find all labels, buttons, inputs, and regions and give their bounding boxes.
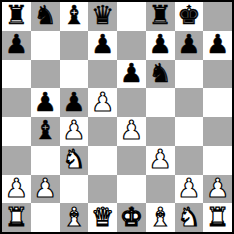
square-e1[interactable]: ♚ — [117, 203, 146, 232]
square-c5[interactable]: ♟ — [60, 88, 89, 117]
white-rook[interactable]: ♜ — [206, 204, 229, 230]
chess-board-screenshot: ♜♞♝♛♜♚♟♟♟♟♟♟♞♟♟♟♝♟♟♞♟♟♟♟♟♜♝♛♚♝♞♜ — [0, 0, 234, 234]
square-g1[interactable]: ♞ — [175, 203, 204, 232]
square-g7[interactable]: ♟ — [175, 31, 204, 60]
square-g8[interactable]: ♚ — [175, 2, 204, 31]
square-f4[interactable] — [146, 117, 175, 146]
square-h8[interactable] — [203, 2, 232, 31]
black-king[interactable]: ♚ — [177, 2, 200, 28]
white-queen[interactable]: ♛ — [91, 204, 114, 230]
square-c8[interactable]: ♝ — [60, 2, 89, 31]
square-c2[interactable] — [60, 175, 89, 204]
black-pawn[interactable]: ♟ — [33, 89, 56, 115]
white-pawn[interactable]: ♟ — [33, 175, 56, 201]
white-pawn[interactable]: ♟ — [91, 89, 114, 115]
square-d1[interactable]: ♛ — [88, 203, 117, 232]
white-knight[interactable]: ♞ — [62, 146, 85, 172]
square-d3[interactable] — [88, 146, 117, 175]
square-a6[interactable] — [2, 60, 31, 89]
square-e4[interactable]: ♟ — [117, 117, 146, 146]
square-a3[interactable] — [2, 146, 31, 175]
square-h1[interactable]: ♜ — [203, 203, 232, 232]
square-b1[interactable] — [31, 203, 60, 232]
white-pawn[interactable]: ♟ — [5, 175, 28, 201]
white-pawn[interactable]: ♟ — [206, 175, 229, 201]
square-f7[interactable]: ♟ — [146, 31, 175, 60]
white-pawn[interactable]: ♟ — [148, 146, 171, 172]
square-h4[interactable] — [203, 117, 232, 146]
black-queen[interactable]: ♛ — [91, 2, 114, 28]
square-f2[interactable] — [146, 175, 175, 204]
square-d6[interactable] — [88, 60, 117, 89]
square-h7[interactable]: ♟ — [203, 31, 232, 60]
square-d7[interactable]: ♟ — [88, 31, 117, 60]
square-c3[interactable]: ♞ — [60, 146, 89, 175]
square-b4[interactable]: ♝ — [31, 117, 60, 146]
square-d5[interactable]: ♟ — [88, 88, 117, 117]
square-a2[interactable]: ♟ — [2, 175, 31, 204]
white-bishop[interactable]: ♝ — [62, 204, 85, 230]
square-g3[interactable] — [175, 146, 204, 175]
black-pawn[interactable]: ♟ — [177, 31, 200, 57]
white-bishop[interactable]: ♝ — [148, 204, 171, 230]
square-a4[interactable] — [2, 117, 31, 146]
square-c1[interactable]: ♝ — [60, 203, 89, 232]
square-e5[interactable] — [117, 88, 146, 117]
black-pawn[interactable]: ♟ — [91, 31, 114, 57]
square-e7[interactable] — [117, 31, 146, 60]
square-a1[interactable]: ♜ — [2, 203, 31, 232]
square-c7[interactable] — [60, 31, 89, 60]
black-pawn[interactable]: ♟ — [5, 31, 28, 57]
square-f6[interactable]: ♞ — [146, 60, 175, 89]
black-rook[interactable]: ♜ — [5, 2, 28, 28]
black-pawn[interactable]: ♟ — [120, 60, 143, 86]
black-bishop[interactable]: ♝ — [33, 117, 56, 143]
square-a7[interactable]: ♟ — [2, 31, 31, 60]
square-h3[interactable] — [203, 146, 232, 175]
square-f8[interactable]: ♜ — [146, 2, 175, 31]
white-king[interactable]: ♚ — [120, 204, 143, 230]
square-h5[interactable] — [203, 88, 232, 117]
square-g2[interactable]: ♟ — [175, 175, 204, 204]
square-a5[interactable] — [2, 88, 31, 117]
square-b3[interactable] — [31, 146, 60, 175]
square-f1[interactable]: ♝ — [146, 203, 175, 232]
square-d2[interactable] — [88, 175, 117, 204]
white-pawn[interactable]: ♟ — [120, 117, 143, 143]
black-knight[interactable]: ♞ — [33, 2, 56, 28]
black-pawn[interactable]: ♟ — [62, 89, 85, 115]
white-pawn[interactable]: ♟ — [177, 175, 200, 201]
black-pawn[interactable]: ♟ — [206, 31, 229, 57]
square-h6[interactable] — [203, 60, 232, 89]
square-c6[interactable] — [60, 60, 89, 89]
square-g6[interactable] — [175, 60, 204, 89]
square-h2[interactable]: ♟ — [203, 175, 232, 204]
square-d8[interactable]: ♛ — [88, 2, 117, 31]
square-b7[interactable] — [31, 31, 60, 60]
black-rook[interactable]: ♜ — [148, 2, 171, 28]
black-pawn[interactable]: ♟ — [148, 31, 171, 57]
square-e8[interactable] — [117, 2, 146, 31]
square-f3[interactable]: ♟ — [146, 146, 175, 175]
square-f5[interactable] — [146, 88, 175, 117]
square-e6[interactable]: ♟ — [117, 60, 146, 89]
square-b8[interactable]: ♞ — [31, 2, 60, 31]
square-e2[interactable] — [117, 175, 146, 204]
black-bishop[interactable]: ♝ — [62, 2, 85, 28]
chess-board: ♜♞♝♛♜♚♟♟♟♟♟♟♞♟♟♟♝♟♟♞♟♟♟♟♟♜♝♛♚♝♞♜ — [0, 0, 234, 234]
square-a8[interactable]: ♜ — [2, 2, 31, 31]
white-knight[interactable]: ♞ — [177, 204, 200, 230]
square-e3[interactable] — [117, 146, 146, 175]
white-pawn[interactable]: ♟ — [62, 117, 85, 143]
square-g5[interactable] — [175, 88, 204, 117]
white-rook[interactable]: ♜ — [5, 204, 28, 230]
square-b6[interactable] — [31, 60, 60, 89]
square-c4[interactable]: ♟ — [60, 117, 89, 146]
square-g4[interactable] — [175, 117, 204, 146]
square-b5[interactable]: ♟ — [31, 88, 60, 117]
square-b2[interactable]: ♟ — [31, 175, 60, 204]
black-knight[interactable]: ♞ — [148, 60, 171, 86]
square-d4[interactable] — [88, 117, 117, 146]
